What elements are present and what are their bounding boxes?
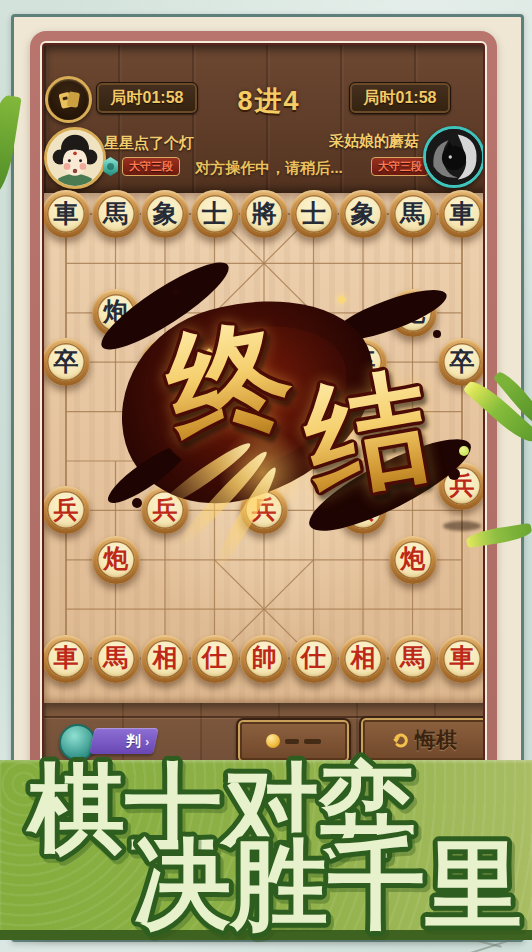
piece-glyph: 馬	[400, 201, 425, 226]
piece-glyph: 兵	[351, 497, 376, 522]
piece-black[interactable]: 象	[141, 190, 189, 238]
piece-black[interactable]: 車	[44, 190, 90, 238]
right-player-name: 采姑娘的蘑菇	[279, 132, 419, 151]
piece-glyph: 士	[202, 201, 227, 226]
left-rank-badge: 大守三段	[122, 157, 180, 176]
game-screen: 局时01:58 8进4 局时01:58	[0, 0, 532, 952]
status-text: 对方操作中，请稍后...	[179, 159, 359, 178]
piece-red[interactable]: 馬	[92, 635, 140, 683]
piece-glyph: 車	[450, 645, 475, 670]
piece-red[interactable]: 仕	[191, 635, 239, 683]
piece-red[interactable]: 仕	[290, 635, 338, 683]
piece-black[interactable]: 卒	[141, 338, 189, 386]
piece-glyph: 卒	[351, 349, 376, 374]
xiangqi-board[interactable]: 楚河汉界 車馬象士將士象馬車炮炮卒卒卒卒卒兵兵兵兵兵炮炮車馬相仕帥仕相馬車	[44, 193, 483, 703]
right-player-avatar	[423, 126, 483, 188]
piece-red[interactable]: 炮	[389, 536, 437, 584]
piece-red[interactable]: 馬	[389, 635, 437, 683]
piece-black[interactable]: 將	[240, 190, 288, 238]
piece-glyph: 士	[301, 201, 326, 226]
banner-text-2: 决胜千里	[134, 830, 522, 939]
timer-label: 局时	[364, 88, 396, 109]
piece-glyph: 兵	[252, 497, 277, 522]
piece-black[interactable]: 馬	[389, 190, 437, 238]
piece-red[interactable]: 車	[44, 635, 90, 683]
piece-glyph: 車	[54, 645, 79, 670]
piece-red[interactable]: 兵	[438, 462, 483, 510]
left-player-name: 星星点了个灯	[104, 134, 194, 153]
piece-glyph: 卒	[153, 349, 178, 374]
piece-glyph: 象	[153, 201, 178, 226]
round-title: 8进4	[204, 83, 334, 119]
piece-glyph: 炮	[103, 546, 128, 571]
piece-glyph: 馬	[103, 645, 128, 670]
piece-glyph: 車	[450, 201, 475, 226]
top-bar: 局时01:58 8进4 局时01:58	[44, 45, 483, 193]
right-timer: 局时01:58	[349, 82, 451, 114]
piece-black[interactable]: 卒	[240, 338, 288, 386]
piece-glyph: 炮	[400, 299, 425, 324]
piece-black[interactable]: 車	[438, 190, 483, 238]
piece-glyph: 相	[153, 645, 178, 670]
black-cat-illustration	[426, 129, 482, 185]
right-rank-badge: 大守三段	[371, 157, 429, 176]
piece-glyph: 卒	[54, 349, 79, 374]
piece-black[interactable]: 炮	[92, 289, 140, 337]
exit-icon	[56, 87, 82, 113]
piece-red[interactable]: 炮	[92, 536, 140, 584]
piece-red[interactable]: 帥	[240, 635, 288, 683]
river-text-char: 楚	[127, 415, 171, 460]
banner-line-2: 决胜千里	[104, 818, 532, 942]
timer-value: 01:58	[396, 89, 437, 107]
piece-glyph: 炮	[103, 299, 128, 324]
left-timer: 局时01:58	[96, 82, 198, 114]
back-button[interactable]	[45, 76, 92, 123]
left-player-avatar	[44, 127, 106, 189]
timer-value: 01:58	[143, 89, 184, 107]
piece-red[interactable]: 車	[438, 635, 483, 683]
piece-glyph: 相	[351, 645, 376, 670]
piece-black[interactable]: 卒	[339, 338, 387, 386]
river-text-char: 河	[203, 415, 247, 460]
piece-glyph: 兵	[54, 497, 79, 522]
piece-glyph: 馬	[400, 645, 425, 670]
piece-black[interactable]: 馬	[92, 190, 140, 238]
piece-red[interactable]: 相	[141, 635, 189, 683]
piece-glyph: 仕	[301, 645, 326, 670]
piece-red[interactable]: 相	[339, 635, 387, 683]
board-grid-lines	[44, 193, 483, 703]
piece-glyph: 帥	[252, 645, 277, 670]
piece-glyph: 仕	[202, 645, 227, 670]
piece-glyph: 象	[351, 201, 376, 226]
woman-face-illustration	[47, 130, 103, 186]
piece-black[interactable]: 象	[339, 190, 387, 238]
river-text-char: 汉	[293, 415, 337, 460]
piece-glyph: 卒	[450, 349, 475, 374]
piece-glyph: 將	[252, 201, 277, 226]
piece-black[interactable]: 士	[290, 190, 338, 238]
piece-black[interactable]: 炮	[389, 289, 437, 337]
timer-label: 局时	[111, 88, 143, 109]
piece-glyph: 兵	[450, 473, 475, 498]
piece-glyph: 馬	[103, 201, 128, 226]
river-text-char: 界	[369, 415, 413, 460]
piece-glyph: 車	[54, 201, 79, 226]
piece-black[interactable]: 士	[191, 190, 239, 238]
piece-black[interactable]: 卒	[438, 338, 483, 386]
piece-glyph: 卒	[252, 349, 277, 374]
piece-glyph: 兵	[153, 497, 178, 522]
piece-glyph: 炮	[400, 546, 425, 571]
